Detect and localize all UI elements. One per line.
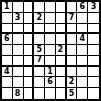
cell-r4c5-empty[interactable] <box>45 34 56 45</box>
cell-r9c3-empty[interactable] <box>24 88 35 99</box>
cell-r1c6-empty[interactable] <box>56 2 67 13</box>
cell-r4c7-empty[interactable] <box>67 34 78 45</box>
cell-r8c8-empty[interactable] <box>77 77 88 88</box>
cell-r5c7-empty[interactable] <box>67 45 78 56</box>
cell-r4c6-empty[interactable] <box>56 34 67 45</box>
cell-r5c9-empty[interactable] <box>88 45 99 56</box>
cell-r6c2-empty[interactable] <box>13 56 24 67</box>
cell-r7c6-empty[interactable] <box>56 67 67 78</box>
cell-r5c8-empty[interactable] <box>77 45 88 56</box>
cell-r3c2-empty[interactable] <box>13 24 24 35</box>
cell-r1c1-given: 1 <box>2 2 13 13</box>
cell-r5c2-empty[interactable] <box>13 45 24 56</box>
cell-r6c8-empty[interactable] <box>77 56 88 67</box>
cell-r7c2-empty[interactable] <box>13 67 24 78</box>
cell-r2c9-empty[interactable] <box>88 13 99 24</box>
cell-r9c4-empty[interactable] <box>34 88 45 99</box>
cell-r3c1-empty[interactable] <box>2 24 13 35</box>
cell-r1c2-empty[interactable] <box>13 2 24 13</box>
cell-r8c9-empty[interactable] <box>88 77 99 88</box>
cell-r8c4-empty[interactable] <box>34 77 45 88</box>
cell-r4c1-given: 6 <box>2 34 13 45</box>
cell-r6c4-given: 7 <box>34 56 45 67</box>
cell-r4c8-given: 4 <box>77 34 88 45</box>
cell-r4c3-empty[interactable] <box>24 34 35 45</box>
cell-r1c7-empty[interactable] <box>67 2 78 13</box>
cell-r9c6-empty[interactable] <box>56 88 67 99</box>
cell-r4c4-empty[interactable] <box>34 34 45 45</box>
cell-r7c5-given: 1 <box>45 67 56 78</box>
cell-r7c4-empty[interactable] <box>34 67 45 78</box>
cell-r7c7-empty[interactable] <box>67 67 78 78</box>
cell-r6c1-empty[interactable] <box>2 56 13 67</box>
cell-r6c5-empty[interactable] <box>45 56 56 67</box>
cell-r2c6-empty[interactable] <box>56 13 67 24</box>
cell-r2c8-empty[interactable] <box>77 13 88 24</box>
cell-r5c4-given: 5 <box>34 45 45 56</box>
cell-r9c2-given: 8 <box>13 88 24 99</box>
cell-r3c8-empty[interactable] <box>77 24 88 35</box>
cell-r6c3-empty[interactable] <box>24 56 35 67</box>
cell-r4c9-empty[interactable] <box>88 34 99 45</box>
cell-r2c4-given: 2 <box>34 13 45 24</box>
cell-r1c3-empty[interactable] <box>24 2 35 13</box>
cell-r9c5-empty[interactable] <box>45 88 56 99</box>
cell-r3c7-empty[interactable] <box>67 24 78 35</box>
cell-r9c8-empty[interactable] <box>77 88 88 99</box>
cell-r4c2-empty[interactable] <box>13 34 24 45</box>
cell-r8c5-given: 6 <box>45 77 56 88</box>
cell-r3c9-empty[interactable] <box>88 24 99 35</box>
cell-r5c1-empty[interactable] <box>2 45 13 56</box>
cell-r5c5-empty[interactable] <box>45 45 56 56</box>
cell-r5c6-given: 2 <box>56 45 67 56</box>
cell-r3c3-empty[interactable] <box>24 24 35 35</box>
sudoku-board: 16332764527416285 <box>0 0 101 101</box>
cell-r7c8-empty[interactable] <box>77 67 88 78</box>
cell-r6c6-empty[interactable] <box>56 56 67 67</box>
cell-r1c4-empty[interactable] <box>34 2 45 13</box>
cell-r3c4-empty[interactable] <box>34 24 45 35</box>
cell-r2c1-empty[interactable] <box>2 13 13 24</box>
cell-r2c5-empty[interactable] <box>45 13 56 24</box>
cell-r7c1-given: 4 <box>2 67 13 78</box>
cell-r8c2-empty[interactable] <box>13 77 24 88</box>
cell-r7c9-empty[interactable] <box>88 67 99 78</box>
cell-r1c8-given: 6 <box>77 2 88 13</box>
cell-r8c7-given: 2 <box>67 77 78 88</box>
cell-r9c9-empty[interactable] <box>88 88 99 99</box>
cell-r1c5-empty[interactable] <box>45 2 56 13</box>
cell-r8c1-empty[interactable] <box>2 77 13 88</box>
cell-r3c6-empty[interactable] <box>56 24 67 35</box>
cell-r5c3-empty[interactable] <box>24 45 35 56</box>
cell-r7c3-empty[interactable] <box>24 67 35 78</box>
cell-r9c1-empty[interactable] <box>2 88 13 99</box>
cell-r6c9-empty[interactable] <box>88 56 99 67</box>
cell-r9c7-given: 5 <box>67 88 78 99</box>
cell-r1c9-given: 3 <box>88 2 99 13</box>
cell-r2c7-given: 7 <box>67 13 78 24</box>
cell-r3c5-empty[interactable] <box>45 24 56 35</box>
cell-r2c3-empty[interactable] <box>24 13 35 24</box>
cell-r8c3-empty[interactable] <box>24 77 35 88</box>
cell-r6c7-empty[interactable] <box>67 56 78 67</box>
cell-r2c2-given: 3 <box>13 13 24 24</box>
cell-r8c6-empty[interactable] <box>56 77 67 88</box>
